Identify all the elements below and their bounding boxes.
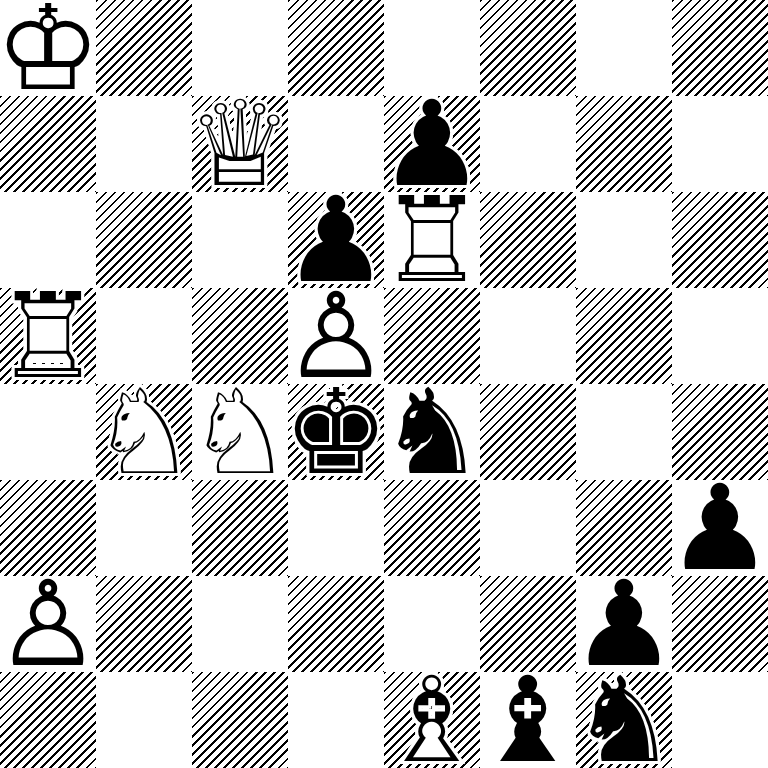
square-a7[interactable]: [0, 96, 96, 192]
white-knight-icon: ♘: [96, 384, 192, 480]
square-a5[interactable]: ♜♖: [0, 288, 96, 384]
white-rook-icon: ♖: [384, 192, 480, 288]
square-d4[interactable]: ♚♚: [288, 384, 384, 480]
black-king-icon: ♚: [288, 384, 384, 480]
square-g7[interactable]: [576, 96, 672, 192]
square-d2[interactable]: [288, 576, 384, 672]
white-king-icon: ♔: [0, 0, 96, 96]
square-h2[interactable]: [672, 576, 768, 672]
black-pawn-icon: ♟: [672, 480, 768, 576]
square-e1[interactable]: ♝♗: [384, 672, 480, 768]
black-knight-icon: ♞: [384, 384, 480, 480]
square-e3[interactable]: [384, 480, 480, 576]
square-h5[interactable]: [672, 288, 768, 384]
piece-white-king[interactable]: ♚♔: [0, 0, 96, 96]
square-c2[interactable]: [192, 576, 288, 672]
square-b7[interactable]: [96, 96, 192, 192]
square-f1[interactable]: ♝♝: [480, 672, 576, 768]
square-a8[interactable]: ♚♔: [0, 0, 96, 96]
white-bishop-icon: ♗: [384, 672, 480, 768]
square-h3[interactable]: ♟♟: [672, 480, 768, 576]
square-a2[interactable]: ♟♙: [0, 576, 96, 672]
square-e4[interactable]: ♞♞: [384, 384, 480, 480]
white-knight-icon: ♘: [192, 384, 288, 480]
square-g8[interactable]: [576, 0, 672, 96]
square-h7[interactable]: [672, 96, 768, 192]
square-d1[interactable]: [288, 672, 384, 768]
piece-white-pawn[interactable]: ♟♙: [0, 576, 96, 672]
chess-board: ♚♔♛♕♟♟♟♟♜♖♜♖♟♙♞♘♞♘♚♚♞♞♟♟♟♙♟♟♝♗♝♝♞♞: [0, 0, 768, 768]
piece-white-knight[interactable]: ♞♘: [192, 384, 288, 480]
white-pawn-icon: ♙: [0, 576, 96, 672]
piece-white-rook[interactable]: ♜♖: [384, 192, 480, 288]
square-f6[interactable]: [480, 192, 576, 288]
piece-white-knight[interactable]: ♞♘: [96, 384, 192, 480]
square-f5[interactable]: [480, 288, 576, 384]
square-g6[interactable]: [576, 192, 672, 288]
square-f3[interactable]: [480, 480, 576, 576]
square-c1[interactable]: [192, 672, 288, 768]
square-b6[interactable]: [96, 192, 192, 288]
square-d3[interactable]: [288, 480, 384, 576]
square-b2[interactable]: [96, 576, 192, 672]
white-queen-icon: ♕: [192, 96, 288, 192]
square-c7[interactable]: ♛♕: [192, 96, 288, 192]
piece-black-pawn[interactable]: ♟♟: [672, 480, 768, 576]
black-knight-icon: ♞: [576, 672, 672, 768]
square-b1[interactable]: [96, 672, 192, 768]
square-g1[interactable]: ♞♞: [576, 672, 672, 768]
square-f7[interactable]: [480, 96, 576, 192]
square-c3[interactable]: [192, 480, 288, 576]
piece-white-rook[interactable]: ♜♖: [0, 288, 96, 384]
piece-black-king[interactable]: ♚♚: [288, 384, 384, 480]
square-g5[interactable]: [576, 288, 672, 384]
square-e6[interactable]: ♜♖: [384, 192, 480, 288]
square-f4[interactable]: [480, 384, 576, 480]
white-rook-icon: ♖: [0, 288, 96, 384]
piece-black-knight[interactable]: ♞♞: [384, 384, 480, 480]
square-h8[interactable]: [672, 0, 768, 96]
square-b8[interactable]: [96, 0, 192, 96]
black-bishop-icon: ♝: [480, 672, 576, 768]
square-b4[interactable]: ♞♘: [96, 384, 192, 480]
square-c4[interactable]: ♞♘: [192, 384, 288, 480]
piece-black-bishop[interactable]: ♝♝: [480, 672, 576, 768]
piece-white-queen[interactable]: ♛♕: [192, 96, 288, 192]
piece-black-knight[interactable]: ♞♞: [576, 672, 672, 768]
piece-white-bishop[interactable]: ♝♗: [384, 672, 480, 768]
square-h1[interactable]: [672, 672, 768, 768]
square-g4[interactable]: [576, 384, 672, 480]
square-a1[interactable]: [0, 672, 96, 768]
square-h6[interactable]: [672, 192, 768, 288]
square-d8[interactable]: [288, 0, 384, 96]
square-a4[interactable]: [0, 384, 96, 480]
square-f8[interactable]: [480, 0, 576, 96]
square-b3[interactable]: [96, 480, 192, 576]
square-c6[interactable]: [192, 192, 288, 288]
